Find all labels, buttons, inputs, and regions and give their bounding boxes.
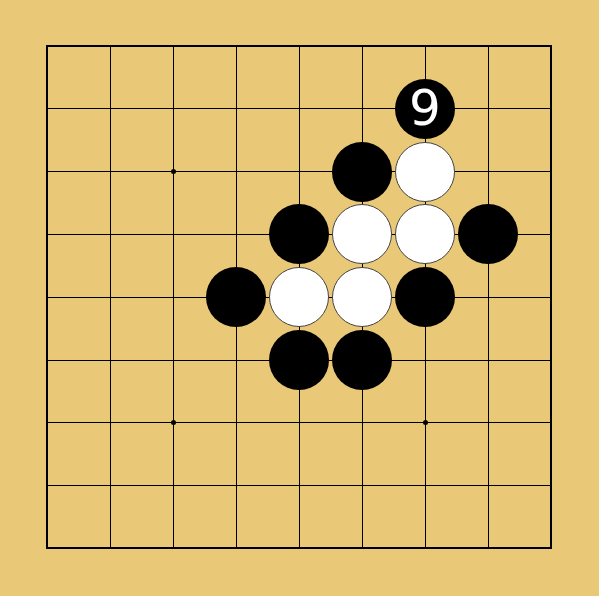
go-diagram: 9	[0, 0, 599, 596]
black-stone: 9	[395, 79, 455, 139]
board-stones-grid: 9	[16, 15, 583, 580]
black-stone	[332, 142, 392, 202]
move-number-label: 9	[409, 83, 441, 133]
white-stone	[395, 142, 455, 202]
white-stone	[332, 267, 392, 327]
black-stone	[458, 204, 518, 264]
black-stone	[269, 330, 329, 390]
black-stone	[206, 267, 266, 327]
white-stone	[395, 204, 455, 264]
black-stone	[332, 330, 392, 390]
white-stone	[332, 204, 392, 264]
white-stone	[269, 267, 329, 327]
black-stone	[395, 267, 455, 327]
black-stone	[269, 204, 329, 264]
